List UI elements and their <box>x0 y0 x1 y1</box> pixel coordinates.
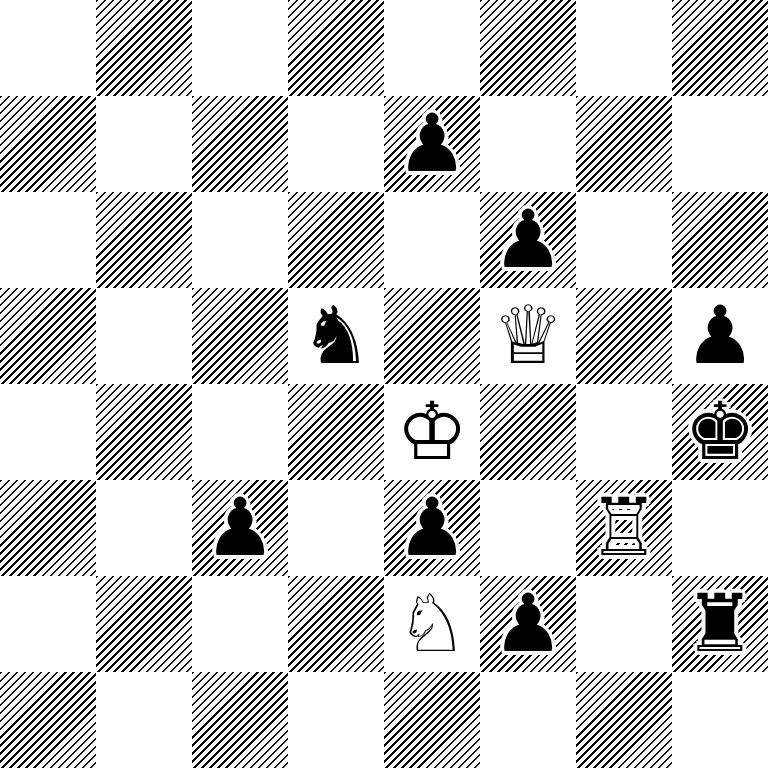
square-e6[interactable] <box>384 192 480 288</box>
square-f7[interactable] <box>480 96 576 192</box>
square-b6[interactable] <box>96 192 192 288</box>
square-f2[interactable]: ♟ <box>480 576 576 672</box>
square-f6[interactable]: ♟ <box>480 192 576 288</box>
square-c6[interactable] <box>192 192 288 288</box>
square-b4[interactable] <box>96 384 192 480</box>
black-king: ♚ <box>684 384 756 480</box>
square-d5[interactable]: ♞ <box>288 288 384 384</box>
square-a5[interactable] <box>0 288 96 384</box>
black-pawn: ♟ <box>684 288 756 384</box>
square-g7[interactable] <box>576 96 672 192</box>
square-g8[interactable] <box>576 0 672 96</box>
square-b5[interactable] <box>96 288 192 384</box>
square-b2[interactable] <box>96 576 192 672</box>
black-pawn: ♟ <box>396 480 468 576</box>
square-h6[interactable] <box>672 192 768 288</box>
square-d8[interactable] <box>288 0 384 96</box>
square-b1[interactable] <box>96 672 192 768</box>
square-h1[interactable] <box>672 672 768 768</box>
black-rook: ♜ <box>684 576 756 672</box>
black-pawn: ♟ <box>492 576 564 672</box>
square-f5[interactable]: ♕ <box>480 288 576 384</box>
square-c5[interactable] <box>192 288 288 384</box>
square-d4[interactable] <box>288 384 384 480</box>
square-a2[interactable] <box>0 576 96 672</box>
square-h4[interactable]: ♚ <box>672 384 768 480</box>
black-pawn: ♟ <box>396 96 468 192</box>
square-b3[interactable] <box>96 480 192 576</box>
square-e7[interactable]: ♟ <box>384 96 480 192</box>
square-a8[interactable] <box>0 0 96 96</box>
white-rook: ♖ <box>588 480 660 576</box>
square-d2[interactable] <box>288 576 384 672</box>
white-knight: ♘ <box>396 576 468 672</box>
square-d1[interactable] <box>288 672 384 768</box>
square-a7[interactable] <box>0 96 96 192</box>
square-a1[interactable] <box>0 672 96 768</box>
square-e8[interactable] <box>384 0 480 96</box>
square-g6[interactable] <box>576 192 672 288</box>
square-c2[interactable] <box>192 576 288 672</box>
square-a3[interactable] <box>0 480 96 576</box>
square-e2[interactable]: ♘ <box>384 576 480 672</box>
square-f3[interactable] <box>480 480 576 576</box>
square-g4[interactable] <box>576 384 672 480</box>
square-d6[interactable] <box>288 192 384 288</box>
square-e5[interactable] <box>384 288 480 384</box>
square-a4[interactable] <box>0 384 96 480</box>
black-knight: ♞ <box>300 288 372 384</box>
square-g3[interactable]: ♖ <box>576 480 672 576</box>
black-pawn: ♟ <box>492 192 564 288</box>
square-h7[interactable] <box>672 96 768 192</box>
square-b8[interactable] <box>96 0 192 96</box>
white-queen: ♕ <box>492 288 564 384</box>
square-e4[interactable]: ♔ <box>384 384 480 480</box>
square-f4[interactable] <box>480 384 576 480</box>
square-f8[interactable] <box>480 0 576 96</box>
square-g5[interactable] <box>576 288 672 384</box>
square-c1[interactable] <box>192 672 288 768</box>
square-e3[interactable]: ♟ <box>384 480 480 576</box>
square-g1[interactable] <box>576 672 672 768</box>
chess-board: ♟♟♞♕♟♔♚♟♟♖♘♟♜ <box>0 0 768 768</box>
square-h2[interactable]: ♜ <box>672 576 768 672</box>
square-h5[interactable]: ♟ <box>672 288 768 384</box>
chess-diagram: ♟♟♞♕♟♔♚♟♟♖♘♟♜ <box>0 0 768 768</box>
square-h3[interactable] <box>672 480 768 576</box>
square-g2[interactable] <box>576 576 672 672</box>
square-e1[interactable] <box>384 672 480 768</box>
square-c4[interactable] <box>192 384 288 480</box>
square-d3[interactable] <box>288 480 384 576</box>
black-pawn: ♟ <box>204 480 276 576</box>
square-c7[interactable] <box>192 96 288 192</box>
square-b7[interactable] <box>96 96 192 192</box>
white-king: ♔ <box>396 384 468 480</box>
square-f1[interactable] <box>480 672 576 768</box>
square-h8[interactable] <box>672 0 768 96</box>
square-c3[interactable]: ♟ <box>192 480 288 576</box>
square-a6[interactable] <box>0 192 96 288</box>
square-d7[interactable] <box>288 96 384 192</box>
square-c8[interactable] <box>192 0 288 96</box>
